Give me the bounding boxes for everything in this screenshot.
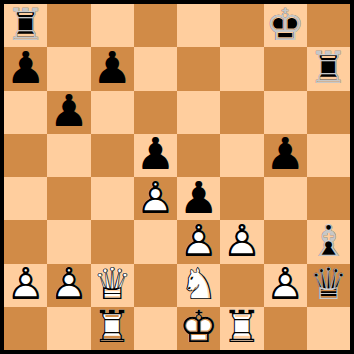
square-f6[interactable] — [220, 91, 263, 134]
square-d7[interactable] — [134, 47, 177, 90]
square-e4[interactable]: ♟ — [177, 177, 220, 220]
square-g1[interactable] — [264, 307, 307, 350]
white-pawn-outline-icon: ♙ — [4, 264, 47, 307]
black-pawn-icon: ♟ — [177, 177, 220, 220]
square-a6[interactable] — [4, 91, 47, 134]
square-e3[interactable]: ♟♙ — [177, 220, 220, 263]
white-pawn[interactable]: ♟♙ — [177, 220, 220, 263]
square-h4[interactable] — [307, 177, 350, 220]
black-bishop-outline-icon: ♗ — [307, 220, 350, 263]
white-pawn-outline-icon: ♙ — [220, 220, 263, 263]
square-h8[interactable] — [307, 4, 350, 47]
square-g4[interactable] — [264, 177, 307, 220]
black-queen[interactable]: ♛♕ — [307, 264, 350, 307]
black-pawn-icon: ♟ — [47, 91, 90, 134]
black-rook-outline-icon: ♖ — [307, 47, 350, 90]
square-b7[interactable] — [47, 47, 90, 90]
square-c4[interactable] — [91, 177, 134, 220]
square-h2[interactable]: ♛♕ — [307, 264, 350, 307]
square-h3[interactable]: ♝♗ — [307, 220, 350, 263]
square-b6[interactable]: ♟ — [47, 91, 90, 134]
white-pawn-icon: ♟ — [264, 264, 307, 307]
black-pawn-icon: ♟ — [4, 47, 47, 90]
black-pawn-icon: ♟ — [134, 134, 177, 177]
square-g7[interactable] — [264, 47, 307, 90]
square-d8[interactable] — [134, 4, 177, 47]
square-a7[interactable]: ♟ — [4, 47, 47, 90]
black-rook-icon: ♜ — [307, 47, 350, 90]
black-queen-outline-icon: ♕ — [307, 264, 350, 307]
black-pawn[interactable]: ♟ — [91, 47, 134, 90]
black-pawn[interactable]: ♟ — [177, 177, 220, 220]
square-a3[interactable] — [4, 220, 47, 263]
white-pawn[interactable]: ♟♙ — [134, 177, 177, 220]
chess-board: ♜♖♚♔♟♟♜♖♟♟♟♟♙♟♟♙♟♙♝♗♟♙♟♙♛♕♞♘♟♙♛♕♜♖♚♔♜♖ — [4, 4, 350, 350]
black-bishop-icon: ♝ — [307, 220, 350, 263]
square-f3[interactable]: ♟♙ — [220, 220, 263, 263]
chess-diagram: ♜♖♚♔♟♟♜♖♟♟♟♟♙♟♟♙♟♙♝♗♟♙♟♙♛♕♞♘♟♙♛♕♜♖♚♔♜♖ — [0, 0, 354, 354]
square-h7[interactable]: ♜♖ — [307, 47, 350, 90]
white-rook-icon: ♜ — [220, 307, 263, 350]
white-queen[interactable]: ♛♕ — [91, 264, 134, 307]
black-pawn[interactable]: ♟ — [264, 134, 307, 177]
square-d2[interactable] — [134, 264, 177, 307]
square-e6[interactable] — [177, 91, 220, 134]
black-king-icon: ♚ — [264, 4, 307, 47]
square-a8[interactable]: ♜♖ — [4, 4, 47, 47]
white-rook-icon: ♜ — [91, 307, 134, 350]
square-d1[interactable] — [134, 307, 177, 350]
square-b4[interactable] — [47, 177, 90, 220]
white-queen-icon: ♛ — [91, 264, 134, 307]
square-c5[interactable] — [91, 134, 134, 177]
black-rook[interactable]: ♜♖ — [4, 4, 47, 47]
white-pawn-outline-icon: ♙ — [134, 177, 177, 220]
black-rook-icon: ♜ — [4, 4, 47, 47]
black-queen-icon: ♛ — [307, 264, 350, 307]
square-e7[interactable] — [177, 47, 220, 90]
black-king[interactable]: ♚♔ — [264, 4, 307, 47]
square-d3[interactable] — [134, 220, 177, 263]
black-pawn-icon: ♟ — [91, 47, 134, 90]
square-b5[interactable] — [47, 134, 90, 177]
black-pawn[interactable]: ♟ — [47, 91, 90, 134]
white-king-icon: ♚ — [177, 307, 220, 350]
white-knight-icon: ♞ — [177, 264, 220, 307]
square-g2[interactable]: ♟♙ — [264, 264, 307, 307]
square-a5[interactable] — [4, 134, 47, 177]
square-c1[interactable]: ♜♖ — [91, 307, 134, 350]
white-pawn[interactable]: ♟♙ — [264, 264, 307, 307]
black-bishop[interactable]: ♝♗ — [307, 220, 350, 263]
white-rook[interactable]: ♜♖ — [91, 307, 134, 350]
white-king-outline-icon: ♔ — [177, 307, 220, 350]
square-b1[interactable] — [47, 307, 90, 350]
square-f1[interactable]: ♜♖ — [220, 307, 263, 350]
square-a2[interactable]: ♟♙ — [4, 264, 47, 307]
board-frame: ♜♖♚♔♟♟♜♖♟♟♟♟♙♟♟♙♟♙♝♗♟♙♟♙♛♕♞♘♟♙♛♕♜♖♚♔♜♖ — [0, 0, 354, 354]
square-c8[interactable] — [91, 4, 134, 47]
square-g5[interactable]: ♟ — [264, 134, 307, 177]
square-f4[interactable] — [220, 177, 263, 220]
white-pawn-icon: ♟ — [220, 220, 263, 263]
square-c7[interactable]: ♟ — [91, 47, 134, 90]
square-e1[interactable]: ♚♔ — [177, 307, 220, 350]
white-pawn-icon: ♟ — [177, 220, 220, 263]
square-f8[interactable] — [220, 4, 263, 47]
square-d5[interactable]: ♟ — [134, 134, 177, 177]
white-pawn[interactable]: ♟♙ — [220, 220, 263, 263]
white-pawn-outline-icon: ♙ — [47, 264, 90, 307]
white-knight-outline-icon: ♘ — [177, 264, 220, 307]
square-e8[interactable] — [177, 4, 220, 47]
black-rook-outline-icon: ♖ — [4, 4, 47, 47]
square-b3[interactable] — [47, 220, 90, 263]
white-pawn-icon: ♟ — [4, 264, 47, 307]
black-pawn-icon: ♟ — [264, 134, 307, 177]
white-pawn-outline-icon: ♙ — [177, 220, 220, 263]
white-king[interactable]: ♚♔ — [177, 307, 220, 350]
white-rook[interactable]: ♜♖ — [220, 307, 263, 350]
black-rook[interactable]: ♜♖ — [307, 47, 350, 90]
square-b8[interactable] — [47, 4, 90, 47]
white-rook-outline-icon: ♖ — [220, 307, 263, 350]
square-e2[interactable]: ♞♘ — [177, 264, 220, 307]
white-pawn[interactable]: ♟♙ — [47, 264, 90, 307]
square-b2[interactable]: ♟♙ — [47, 264, 90, 307]
square-d6[interactable] — [134, 91, 177, 134]
square-a4[interactable] — [4, 177, 47, 220]
white-rook-outline-icon: ♖ — [91, 307, 134, 350]
square-c6[interactable] — [91, 91, 134, 134]
square-d4[interactable]: ♟♙ — [134, 177, 177, 220]
white-pawn-outline-icon: ♙ — [264, 264, 307, 307]
square-c3[interactable] — [91, 220, 134, 263]
white-knight[interactable]: ♞♘ — [177, 264, 220, 307]
square-g6[interactable] — [264, 91, 307, 134]
square-h5[interactable] — [307, 134, 350, 177]
square-g8[interactable]: ♚♔ — [264, 4, 307, 47]
square-f7[interactable] — [220, 47, 263, 90]
square-c2[interactable]: ♛♕ — [91, 264, 134, 307]
square-g3[interactable] — [264, 220, 307, 263]
square-f2[interactable] — [220, 264, 263, 307]
black-pawn[interactable]: ♟ — [4, 47, 47, 90]
square-h6[interactable] — [307, 91, 350, 134]
square-e5[interactable] — [177, 134, 220, 177]
white-pawn-icon: ♟ — [47, 264, 90, 307]
white-queen-outline-icon: ♕ — [91, 264, 134, 307]
black-pawn[interactable]: ♟ — [134, 134, 177, 177]
white-pawn[interactable]: ♟♙ — [4, 264, 47, 307]
black-king-outline-icon: ♔ — [264, 4, 307, 47]
square-f5[interactable] — [220, 134, 263, 177]
square-h1[interactable] — [307, 307, 350, 350]
square-a1[interactable] — [4, 307, 47, 350]
white-pawn-icon: ♟ — [134, 177, 177, 220]
